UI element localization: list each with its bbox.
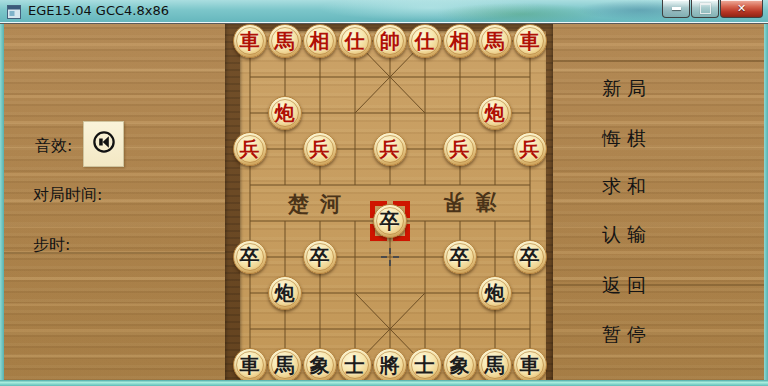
board-intersection-h9[interactable] (477, 311, 512, 347)
application-icon (7, 4, 21, 18)
board-intersection-g2[interactable] (442, 59, 477, 95)
board-intersection-i9[interactable] (512, 311, 547, 347)
wood-plank-seam (553, 60, 764, 62)
board-intersection-a3[interactable] (232, 95, 267, 131)
board-intersection-c9[interactable] (302, 311, 337, 347)
close-button[interactable]: ✕ (720, 0, 763, 18)
piece-black-g7[interactable]: 卒 (443, 240, 477, 274)
board-intersection-e3[interactable] (372, 95, 407, 131)
board-intersection-a6[interactable] (232, 203, 267, 239)
board-intersection-i10[interactable]: 車 (512, 347, 547, 383)
board-intersection-g4[interactable]: 兵 (442, 131, 477, 167)
board-intersection-d5[interactable] (337, 167, 372, 203)
piece-red-d1[interactable]: 仕 (338, 24, 372, 58)
board-intersection-f2[interactable] (407, 59, 442, 95)
piece-black-c7[interactable]: 卒 (303, 240, 337, 274)
board-intersection-c4[interactable]: 兵 (302, 131, 337, 167)
board-intersection-a5[interactable] (232, 167, 267, 203)
piece-black-e6[interactable]: 卒 (373, 204, 407, 238)
board-intersection-e1[interactable]: 帥 (372, 23, 407, 59)
board-intersection-a2[interactable] (232, 59, 267, 95)
piece-black-c10[interactable]: 象 (303, 348, 337, 382)
piece-red-c1[interactable]: 相 (303, 24, 337, 58)
board-intersection-h8[interactable]: 炮 (477, 275, 512, 311)
board-intersection-a1[interactable]: 車 (232, 23, 267, 59)
move-origin-crosshair (381, 248, 399, 266)
sound-toggle-button[interactable] (83, 121, 124, 167)
piece-red-e4[interactable]: 兵 (373, 132, 407, 166)
board-intersection-b5[interactable] (267, 167, 302, 203)
board-intersection-h7[interactable] (477, 239, 512, 275)
board-intersection-g10[interactable]: 象 (442, 347, 477, 383)
board-intersection-i1[interactable]: 車 (512, 23, 547, 59)
board-intersection-e6[interactable]: 卒 (372, 203, 407, 239)
board-intersection-i8[interactable] (512, 275, 547, 311)
piece-red-g4[interactable]: 兵 (443, 132, 477, 166)
board-intersection-g9[interactable] (442, 311, 477, 347)
window-border-right (764, 22, 768, 386)
piece-red-i4[interactable]: 兵 (513, 132, 547, 166)
minimize-button[interactable] (662, 0, 690, 18)
board-intersection-h10[interactable]: 馬 (477, 347, 512, 383)
piece-red-b1[interactable]: 馬 (268, 24, 302, 58)
board-intersection-g6[interactable] (442, 203, 477, 239)
board-intersection-f5[interactable] (407, 167, 442, 203)
board-intersection-c2[interactable] (302, 59, 337, 95)
close-icon: ✕ (737, 3, 746, 14)
board-intersection-h3[interactable]: 炮 (477, 95, 512, 131)
board-intersection-c8[interactable] (302, 275, 337, 311)
board-intersection-e8[interactable] (372, 275, 407, 311)
board-intersection-g8[interactable] (442, 275, 477, 311)
board-intersection-c5[interactable] (302, 167, 337, 203)
window-border-left (0, 22, 4, 386)
board-intersection-a9[interactable] (232, 311, 267, 347)
board-intersection-c10[interactable]: 象 (302, 347, 337, 383)
board-intersection-c6[interactable] (302, 203, 337, 239)
board-intersection-i5[interactable] (512, 167, 547, 203)
board-intersection-d2[interactable] (337, 59, 372, 95)
board-intersection-d4[interactable] (337, 131, 372, 167)
board-intersection-f6[interactable] (407, 203, 442, 239)
board-intersection-b7[interactable] (267, 239, 302, 275)
board-intersection-a8[interactable] (232, 275, 267, 311)
board-intersection-a10[interactable]: 車 (232, 347, 267, 383)
board-intersection-i4[interactable]: 兵 (512, 131, 547, 167)
board-intersection-b1[interactable]: 馬 (267, 23, 302, 59)
title-bar-divider (0, 22, 768, 24)
piece-black-g10[interactable]: 象 (443, 348, 477, 382)
piece-red-a4[interactable]: 兵 (233, 132, 267, 166)
piece-black-a10[interactable]: 車 (233, 348, 267, 382)
xiangqi-board: 車馬相仕帥仕相馬車炮炮兵兵兵兵兵卒卒卒卒卒炮炮車馬象士將士象馬車 (232, 23, 547, 383)
board-intersection-i6[interactable] (512, 203, 547, 239)
game-time-label: 对局时间: (33, 185, 102, 206)
piece-red-h1[interactable]: 馬 (478, 24, 512, 58)
board-intersection-d1[interactable]: 仕 (337, 23, 372, 59)
board-intersection-h6[interactable] (477, 203, 512, 239)
board-intersection-d7[interactable] (337, 239, 372, 275)
board-intersection-c1[interactable]: 相 (302, 23, 337, 59)
piece-black-b8[interactable]: 炮 (268, 276, 302, 310)
piece-black-h8[interactable]: 炮 (478, 276, 512, 310)
board-intersection-e5[interactable] (372, 167, 407, 203)
menu-item-return[interactable]: 返回 (602, 273, 652, 299)
menu-item-resign[interactable]: 认输 (602, 222, 652, 248)
piece-red-c4[interactable]: 兵 (303, 132, 337, 166)
board-intersection-f4[interactable] (407, 131, 442, 167)
board-intersection-e9[interactable] (372, 311, 407, 347)
piece-red-a1[interactable]: 車 (233, 24, 267, 58)
board-intersection-g7[interactable]: 卒 (442, 239, 477, 275)
piece-red-b3[interactable]: 炮 (268, 96, 302, 130)
board-intersection-c3[interactable] (302, 95, 337, 131)
board-intersection-e2[interactable] (372, 59, 407, 95)
board-intersection-f9[interactable] (407, 311, 442, 347)
piece-black-e10[interactable]: 將 (373, 348, 407, 382)
board-intersection-a7[interactable]: 卒 (232, 239, 267, 275)
board-intersection-d10[interactable]: 士 (337, 347, 372, 383)
piece-red-g1[interactable]: 相 (443, 24, 477, 58)
board-intersection-b8[interactable]: 炮 (267, 275, 302, 311)
board-intersection-h5[interactable] (477, 167, 512, 203)
board-intersection-i2[interactable] (512, 59, 547, 95)
board-intersection-f1[interactable]: 仕 (407, 23, 442, 59)
board-intersection-c7[interactable]: 卒 (302, 239, 337, 275)
menu-item-pause[interactable]: 暂停 (602, 322, 652, 348)
board-intersection-b2[interactable] (267, 59, 302, 95)
move-time-label: 步时: (33, 235, 70, 256)
board-intersection-e4[interactable]: 兵 (372, 131, 407, 167)
piece-black-h10[interactable]: 馬 (478, 348, 512, 382)
board-intersection-h1[interactable]: 馬 (477, 23, 512, 59)
sound-label: 音效: (35, 136, 72, 157)
board-intersection-f7[interactable] (407, 239, 442, 275)
menu-item-offer-draw[interactable]: 求和 (602, 174, 652, 200)
menu-item-new-game[interactable]: 新局 (602, 76, 652, 102)
board-intersection-h4[interactable] (477, 131, 512, 167)
board-intersection-b6[interactable] (267, 203, 302, 239)
piece-black-b10[interactable]: 馬 (268, 348, 302, 382)
board-intersection-g5[interactable] (442, 167, 477, 203)
minimize-icon (672, 7, 681, 10)
application-window: 楚河 漢界 車馬相仕帥仕相馬車炮炮兵兵兵兵兵卒卒卒卒卒炮炮車馬象士將士象馬車 音… (0, 0, 768, 386)
board-intersection-d9[interactable] (337, 311, 372, 347)
board-intersection-a4[interactable]: 兵 (232, 131, 267, 167)
board-intersection-e7[interactable] (372, 239, 407, 275)
piece-red-f1[interactable]: 仕 (408, 24, 442, 58)
board-intersection-d6[interactable] (337, 203, 372, 239)
board-intersection-d3[interactable] (337, 95, 372, 131)
wood-plank-seam (553, 284, 764, 286)
window-title: EGE15.04 GCC4.8x86 (28, 3, 169, 18)
board-intersection-e10[interactable]: 將 (372, 347, 407, 383)
piece-black-d10[interactable]: 士 (338, 348, 372, 382)
piece-black-i7[interactable]: 卒 (513, 240, 547, 274)
board-intersection-f3[interactable] (407, 95, 442, 131)
maximize-icon (700, 3, 711, 14)
maximize-button[interactable] (691, 0, 719, 18)
piece-red-e1[interactable]: 帥 (373, 24, 407, 58)
board-intersection-g3[interactable] (442, 95, 477, 131)
menu-item-undo-move[interactable]: 悔棋 (602, 126, 652, 152)
board-intersection-f10[interactable]: 士 (407, 347, 442, 383)
board-intersection-f8[interactable] (407, 275, 442, 311)
board-intersection-b9[interactable] (267, 311, 302, 347)
board-intersection-h2[interactable] (477, 59, 512, 95)
piece-black-i10[interactable]: 車 (513, 348, 547, 382)
piece-red-h3[interactable]: 炮 (478, 96, 512, 130)
board-intersection-i7[interactable]: 卒 (512, 239, 547, 275)
piece-black-f10[interactable]: 士 (408, 348, 442, 382)
speaker-icon (90, 128, 118, 160)
board-intersection-i3[interactable] (512, 95, 547, 131)
board-intersection-g1[interactable]: 相 (442, 23, 477, 59)
board-intersection-b3[interactable]: 炮 (267, 95, 302, 131)
piece-red-i1[interactable]: 車 (513, 24, 547, 58)
board-intersection-d8[interactable] (337, 275, 372, 311)
board-intersection-b10[interactable]: 馬 (267, 347, 302, 383)
piece-black-a7[interactable]: 卒 (233, 240, 267, 274)
board-intersection-b4[interactable] (267, 131, 302, 167)
window-border-bottom (0, 380, 768, 386)
